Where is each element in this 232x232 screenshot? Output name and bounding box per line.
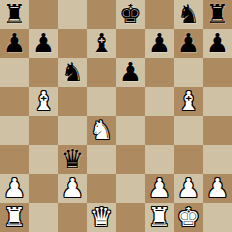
square-a1[interactable]: ♜	[0, 203, 29, 232]
square-d1[interactable]: ♛	[87, 203, 116, 232]
white-rook: ♜	[3, 203, 26, 232]
square-e7[interactable]	[116, 29, 145, 58]
square-b6[interactable]	[29, 58, 58, 87]
square-h8[interactable]: ♜	[203, 0, 232, 29]
square-a2[interactable]: ♟	[0, 174, 29, 203]
square-b8[interactable]	[29, 0, 58, 29]
square-a8[interactable]: ♜	[0, 0, 29, 29]
black-pawn: ♟	[148, 29, 171, 58]
square-f4[interactable]	[145, 116, 174, 145]
square-c4[interactable]	[58, 116, 87, 145]
black-knight: ♞	[177, 0, 200, 29]
square-c1[interactable]	[58, 203, 87, 232]
white-pawn: ♟	[177, 174, 200, 203]
square-d2[interactable]	[87, 174, 116, 203]
white-bishop: ♝	[177, 87, 200, 116]
square-d5[interactable]	[87, 87, 116, 116]
white-queen: ♛	[90, 203, 113, 232]
square-f1[interactable]: ♜	[145, 203, 174, 232]
square-g5[interactable]: ♝	[174, 87, 203, 116]
square-h2[interactable]: ♟	[203, 174, 232, 203]
square-f5[interactable]	[145, 87, 174, 116]
square-a6[interactable]	[0, 58, 29, 87]
black-bishop: ♝	[90, 29, 113, 58]
black-queen: ♛	[61, 145, 84, 174]
square-g4[interactable]	[174, 116, 203, 145]
square-b3[interactable]	[29, 145, 58, 174]
square-c2[interactable]: ♟	[58, 174, 87, 203]
square-f3[interactable]	[145, 145, 174, 174]
square-f2[interactable]: ♟	[145, 174, 174, 203]
white-pawn: ♟	[3, 174, 26, 203]
square-a7[interactable]: ♟	[0, 29, 29, 58]
square-g6[interactable]	[174, 58, 203, 87]
square-d7[interactable]: ♝	[87, 29, 116, 58]
square-h3[interactable]	[203, 145, 232, 174]
white-knight: ♞	[90, 116, 113, 145]
black-pawn: ♟	[206, 29, 229, 58]
white-pawn: ♟	[206, 174, 229, 203]
square-e8[interactable]: ♚	[116, 0, 145, 29]
square-h5[interactable]	[203, 87, 232, 116]
square-g8[interactable]: ♞	[174, 0, 203, 29]
square-b5[interactable]: ♝	[29, 87, 58, 116]
square-f7[interactable]: ♟	[145, 29, 174, 58]
square-d4[interactable]: ♞	[87, 116, 116, 145]
white-rook: ♜	[148, 203, 171, 232]
black-knight: ♞	[61, 58, 84, 87]
black-king: ♚	[119, 0, 142, 29]
square-h7[interactable]: ♟	[203, 29, 232, 58]
square-b1[interactable]	[29, 203, 58, 232]
black-pawn: ♟	[3, 29, 26, 58]
square-e3[interactable]	[116, 145, 145, 174]
square-d6[interactable]	[87, 58, 116, 87]
black-pawn: ♟	[32, 29, 55, 58]
white-pawn: ♟	[61, 174, 84, 203]
square-e1[interactable]	[116, 203, 145, 232]
square-h4[interactable]	[203, 116, 232, 145]
square-g1[interactable]: ♚	[174, 203, 203, 232]
square-c3[interactable]: ♛	[58, 145, 87, 174]
square-b4[interactable]	[29, 116, 58, 145]
square-h1[interactable]	[203, 203, 232, 232]
square-d8[interactable]	[87, 0, 116, 29]
black-rook: ♜	[206, 0, 229, 29]
white-king: ♚	[177, 203, 200, 232]
black-rook: ♜	[3, 0, 26, 29]
square-g3[interactable]	[174, 145, 203, 174]
chess-board: ♜♚♞♜♟♟♝♟♟♟♞♟♝♝♞♛♟♟♟♟♟♜♛♜♚	[0, 0, 232, 232]
square-e5[interactable]	[116, 87, 145, 116]
square-f6[interactable]	[145, 58, 174, 87]
white-pawn: ♟	[148, 174, 171, 203]
square-e4[interactable]	[116, 116, 145, 145]
square-b2[interactable]	[29, 174, 58, 203]
black-pawn: ♟	[119, 58, 142, 87]
square-e6[interactable]: ♟	[116, 58, 145, 87]
square-h6[interactable]	[203, 58, 232, 87]
black-pawn: ♟	[177, 29, 200, 58]
square-a5[interactable]	[0, 87, 29, 116]
square-g7[interactable]: ♟	[174, 29, 203, 58]
square-a4[interactable]	[0, 116, 29, 145]
square-g2[interactable]: ♟	[174, 174, 203, 203]
square-d3[interactable]	[87, 145, 116, 174]
square-c7[interactable]	[58, 29, 87, 58]
white-bishop: ♝	[32, 87, 55, 116]
square-c5[interactable]	[58, 87, 87, 116]
square-c8[interactable]	[58, 0, 87, 29]
square-a3[interactable]	[0, 145, 29, 174]
square-e2[interactable]	[116, 174, 145, 203]
square-c6[interactable]: ♞	[58, 58, 87, 87]
square-f8[interactable]	[145, 0, 174, 29]
square-b7[interactable]: ♟	[29, 29, 58, 58]
